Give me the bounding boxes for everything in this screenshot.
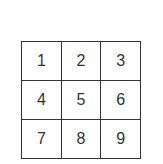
grid-cell-r1c3[interactable]: 3 — [101, 42, 140, 80]
grid-cell-r1c1[interactable]: 1 — [22, 42, 61, 80]
screenshot-canvas: 1 2 3 4 5 6 7 8 9 — [0, 0, 163, 164]
grid-cell-r2c1[interactable]: 4 — [22, 81, 61, 119]
grid-cell-r3c1[interactable]: 7 — [22, 120, 61, 158]
grid-cell-r2c3[interactable]: 6 — [101, 81, 140, 119]
grid-cell-r3c2[interactable]: 8 — [62, 120, 101, 158]
grid-cell-r2c2[interactable]: 5 — [62, 81, 101, 119]
number-grid: 1 2 3 4 5 6 7 8 9 — [21, 41, 141, 159]
grid-cell-r1c2[interactable]: 2 — [62, 42, 101, 80]
grid-cell-r3c3[interactable]: 9 — [101, 120, 140, 158]
